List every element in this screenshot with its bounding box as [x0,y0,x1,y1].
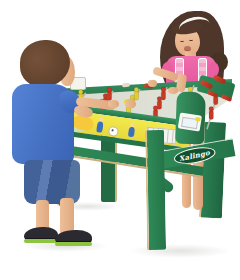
panel-player-figure [96,121,103,133]
panel-player-figure [128,127,135,138]
boy-shoe [55,230,92,246]
corner-sticker [178,112,202,131]
table-leg-front-right [145,130,166,250]
girl-eye [189,38,193,41]
sticker-mark [195,117,201,122]
panel-player-head [99,117,104,122]
boy-shoe-sole [24,239,58,243]
girl-hand [168,87,178,94]
boy-shoe [24,227,58,243]
table-corner-post [175,92,206,145]
brand-logo-text: Xalingo [178,148,211,163]
floor-shadow-table [130,244,230,258]
boy-shoe-sole [55,242,92,246]
boy-hand [108,100,119,108]
product-photo-foosball: Xalingo [0,0,240,280]
panel-soccer-ball [108,126,119,137]
panel-player-head [130,123,135,128]
girl-smile [184,46,191,51]
girl-eye [180,39,184,42]
girl-hand [148,80,157,87]
boy-hand [125,100,136,108]
